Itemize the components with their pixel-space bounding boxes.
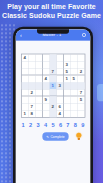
phone-notch — [37, 29, 69, 33]
headline: Play your all time Favorite Classic Sudo… — [0, 2, 103, 19]
sudoku-cell[interactable] — [35, 96, 42, 103]
headline-line-2: Classic Sudoku Puzzle Game — [0, 11, 103, 20]
sudoku-cell[interactable] — [49, 110, 56, 117]
sudoku-cell[interactable]: 4 — [42, 75, 49, 82]
sudoku-cell[interactable] — [28, 75, 35, 82]
settings-gear-icon[interactable] — [82, 33, 86, 37]
sudoku-cell[interactable] — [77, 75, 84, 82]
action-bar: ✎ Complete — [16, 132, 91, 141]
sudoku-cell[interactable] — [42, 54, 49, 61]
sudoku-cell[interactable] — [42, 103, 49, 110]
gradient-background: Play your all time Favorite Classic Sudo… — [0, 0, 103, 183]
promo-image: Play your all time Favorite Classic Sudo… — [0, 0, 103, 183]
sudoku-cell[interactable] — [56, 75, 63, 82]
sudoku-cell[interactable] — [70, 110, 77, 117]
sudoku-cell[interactable] — [28, 96, 35, 103]
sudoku-cell[interactable]: 5 — [63, 68, 70, 75]
sudoku-cell[interactable] — [70, 61, 77, 68]
sudoku-cell[interactable]: 1 — [49, 82, 56, 89]
sudoku-cell[interactable] — [63, 82, 70, 89]
sudoku-cell[interactable]: 2 — [28, 89, 35, 96]
sudoku-cell[interactable]: 7 — [28, 103, 35, 110]
numpad-digit[interactable]: 7 — [66, 122, 69, 129]
sudoku-cell[interactable]: 4 — [21, 54, 28, 61]
sudoku-cell[interactable]: 1 — [63, 75, 70, 82]
sudoku-cell[interactable] — [49, 61, 56, 68]
sudoku-cell[interactable] — [35, 75, 42, 82]
number-pad: 123456789 — [21, 122, 84, 129]
sudoku-cell[interactable] — [77, 103, 84, 110]
numpad-digit[interactable]: 8 — [74, 122, 77, 129]
sudoku-cell[interactable] — [42, 89, 49, 96]
lamp-base — [77, 138, 79, 140]
sudoku-cell[interactable] — [35, 103, 42, 110]
sudoku-cell[interactable] — [21, 89, 28, 96]
sudoku-cell[interactable] — [35, 54, 42, 61]
sudoku-cell[interactable] — [21, 82, 28, 89]
numpad-digit[interactable]: 3 — [36, 122, 39, 129]
sudoku-cell[interactable]: 2 — [49, 103, 56, 110]
sudoku-cell[interactable] — [63, 103, 70, 110]
sudoku-cell[interactable]: 3 — [63, 61, 70, 68]
sudoku-cell[interactable]: 5 — [70, 75, 77, 82]
numpad-digit[interactable]: 4 — [44, 122, 47, 129]
sudoku-cell[interactable] — [49, 96, 56, 103]
sudoku-cell[interactable] — [56, 54, 63, 61]
sudoku-cell[interactable] — [35, 68, 42, 75]
numpad-digit[interactable]: 1 — [21, 122, 24, 129]
sudoku-board: 43752415132795726184 — [21, 54, 85, 118]
sudoku-cell[interactable] — [56, 96, 63, 103]
sudoku-cell[interactable] — [70, 89, 77, 96]
hint-lamp-icon[interactable] — [76, 133, 82, 141]
sudoku-cell[interactable]: 4 — [56, 110, 63, 117]
numpad-digit[interactable]: 9 — [81, 122, 84, 129]
sudoku-cell[interactable] — [35, 82, 42, 89]
sudoku-cell[interactable] — [42, 82, 49, 89]
primary-action-button[interactable]: ✎ Complete — [42, 132, 68, 140]
sudoku-cell[interactable] — [77, 61, 84, 68]
sudoku-cell[interactable] — [63, 54, 70, 61]
sudoku-cell[interactable] — [56, 68, 63, 75]
sudoku-cell[interactable]: 8 — [28, 110, 35, 117]
sudoku-cell[interactable]: 7 — [49, 68, 56, 75]
lamp-bulb — [76, 133, 81, 138]
sudoku-cell[interactable]: 5 — [77, 96, 84, 103]
sudoku-cell[interactable] — [21, 61, 28, 68]
back-icon[interactable]: ‹ — [20, 32, 22, 38]
sudoku-cell[interactable] — [28, 82, 35, 89]
bg-accent-pill — [97, 84, 103, 101]
sudoku-cell[interactable] — [77, 54, 84, 61]
sudoku-cell[interactable] — [70, 54, 77, 61]
sudoku-cell[interactable] — [21, 75, 28, 82]
sudoku-cell[interactable] — [35, 61, 42, 68]
sudoku-cell[interactable]: 6 — [56, 103, 63, 110]
sudoku-cell[interactable] — [42, 61, 49, 68]
sudoku-cell[interactable] — [63, 110, 70, 117]
phone-mockup: ‹ Master - 1 43752415132795726184 123456… — [13, 27, 93, 183]
sudoku-cell[interactable] — [28, 54, 35, 61]
sudoku-cell[interactable]: 7 — [77, 89, 84, 96]
sudoku-cell[interactable] — [35, 89, 42, 96]
sudoku-cell[interactable] — [70, 68, 77, 75]
sudoku-cell[interactable] — [21, 103, 28, 110]
sudoku-cell[interactable] — [77, 82, 84, 89]
numpad-digit[interactable]: 5 — [51, 122, 54, 129]
sudoku-cell[interactable] — [70, 82, 77, 89]
sudoku-cell[interactable] — [56, 61, 63, 68]
sudoku-cell[interactable] — [77, 110, 84, 117]
numpad-digit[interactable]: 2 — [29, 122, 32, 129]
sudoku-cell[interactable] — [63, 89, 70, 96]
board-area: 43752415132795726184 — [16, 41, 91, 118]
sudoku-cell[interactable] — [56, 89, 63, 96]
sudoku-cell[interactable] — [49, 75, 56, 82]
sudoku-cell[interactable] — [42, 110, 49, 117]
sudoku-cell[interactable] — [21, 68, 28, 75]
sudoku-cell[interactable] — [21, 96, 28, 103]
app-screen: ‹ Master - 1 43752415132795726184 123456… — [16, 29, 91, 183]
numpad-digit[interactable]: 6 — [59, 122, 62, 129]
primary-action-label: Complete — [50, 135, 64, 139]
sudoku-cell[interactable] — [49, 54, 56, 61]
sudoku-cell[interactable]: 1 — [21, 110, 28, 117]
sudoku-cell[interactable] — [49, 89, 56, 96]
sudoku-cell[interactable] — [70, 96, 77, 103]
pencil-icon: ✎ — [46, 135, 49, 138]
sudoku-cell[interactable] — [63, 96, 70, 103]
sudoku-cell[interactable]: 9 — [42, 96, 49, 103]
sudoku-cell[interactable] — [70, 103, 77, 110]
sudoku-cell[interactable] — [28, 61, 35, 68]
headline-line-1: Play your all time Favorite — [0, 2, 103, 11]
sudoku-cell[interactable]: 2 — [77, 68, 84, 75]
sudoku-cell[interactable] — [35, 110, 42, 117]
sudoku-cell[interactable]: 3 — [56, 82, 63, 89]
sudoku-cell[interactable] — [42, 68, 49, 75]
sudoku-cell[interactable] — [28, 68, 35, 75]
